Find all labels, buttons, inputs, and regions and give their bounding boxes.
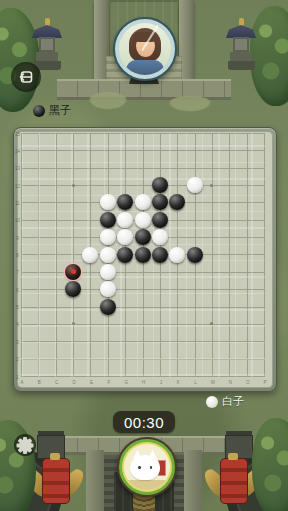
- stone-white: [135, 194, 151, 210]
- opponent-avatar[interactable]: [113, 17, 177, 81]
- row-coordinate: 10: [14, 218, 21, 223]
- row-coordinate: 7: [14, 270, 21, 275]
- stone-black: [152, 212, 168, 228]
- red-ornament-body: [42, 458, 70, 504]
- red-ornament-knob: [228, 453, 238, 460]
- stone-lantern-right: [226, 14, 256, 72]
- column-coordinate: B: [36, 380, 43, 385]
- player-avatar[interactable]: [117, 437, 177, 497]
- stone-white: [135, 212, 151, 228]
- stone-white: [100, 264, 116, 280]
- row-coordinate: 4: [14, 322, 21, 327]
- column-coordinate: K: [175, 380, 182, 385]
- row-coordinate: 1: [14, 375, 21, 380]
- lantern-body: [233, 37, 249, 52]
- stone-white: [100, 281, 116, 297]
- last-move-marker-icon: [71, 269, 76, 274]
- stone-last-move: [65, 264, 81, 280]
- stone-lantern-left: [32, 14, 62, 72]
- stone-black: [152, 177, 168, 193]
- opponent-avatar-image: [119, 23, 171, 75]
- stone-black: [169, 194, 185, 210]
- back-arrow-icon: [18, 69, 34, 85]
- player-label-black-text: 黑子: [49, 103, 71, 118]
- column-coordinate: P: [262, 380, 269, 385]
- star-point: [72, 184, 75, 187]
- star-point: [72, 322, 75, 325]
- moss-patch: [168, 96, 212, 112]
- row-coordinate: 3: [14, 340, 21, 345]
- stone-black: [100, 299, 116, 315]
- stone-black: [135, 229, 151, 245]
- lantern-base: [36, 52, 58, 61]
- back-button[interactable]: [11, 62, 41, 92]
- red-ornament-left: [33, 458, 77, 506]
- star-point: [210, 322, 213, 325]
- stone-white: [100, 247, 116, 263]
- game-screen: 黑子 151413121110987654321ABCDEFGHJKLMNOP …: [0, 0, 288, 511]
- column-coordinate: H: [140, 380, 147, 385]
- lantern-body: [39, 37, 55, 52]
- column-coordinate: J: [157, 380, 164, 385]
- stone-white: [117, 229, 133, 245]
- stone-black: [100, 212, 116, 228]
- stone-white: [100, 194, 116, 210]
- row-coordinate: 15: [14, 132, 21, 137]
- cat-face-icon: [130, 455, 160, 480]
- row-coordinate: 11: [14, 201, 21, 206]
- column-coordinate: A: [19, 380, 26, 385]
- stone-black: [65, 281, 81, 297]
- lantern-finial: [239, 18, 244, 26]
- stone-white: [152, 229, 168, 245]
- lantern-base: [230, 52, 252, 61]
- move-timer: 00:30: [113, 411, 175, 433]
- stone-black: [135, 247, 151, 263]
- stone-white: [169, 247, 185, 263]
- column-coordinate: M: [209, 380, 216, 385]
- player-label-black: 黑子: [33, 103, 71, 118]
- stone-white: [82, 247, 98, 263]
- platform-pillar-left: [86, 450, 104, 511]
- column-coordinate: N: [227, 380, 234, 385]
- tree-bottom-left: [0, 420, 36, 511]
- row-coordinate: 6: [14, 288, 21, 293]
- avatar-jacket: [126, 60, 164, 75]
- white-stone-icon: [206, 396, 218, 408]
- lantern-foot: [228, 61, 255, 70]
- player-label-white: 白子: [206, 394, 244, 409]
- gear-icon: [19, 439, 32, 452]
- stone-black: [152, 247, 168, 263]
- stone-black: [152, 194, 168, 210]
- row-coordinate: 2: [14, 357, 21, 362]
- column-coordinate: G: [123, 380, 130, 385]
- player-label-white-text: 白子: [222, 394, 244, 409]
- row-coordinate: 5: [14, 305, 21, 310]
- column-coordinate: L: [192, 380, 199, 385]
- tree-bottom-right: [252, 418, 288, 511]
- row-coordinate: 14: [14, 149, 21, 154]
- column-coordinate: C: [53, 380, 60, 385]
- board-surface: [17, 131, 273, 388]
- moss-patch: [88, 92, 128, 110]
- platform-pillar-right: [184, 450, 202, 511]
- player-avatar-image: [124, 444, 170, 490]
- star-point: [210, 184, 213, 187]
- stone-white: [117, 212, 133, 228]
- board-grid[interactable]: [21, 133, 265, 377]
- row-coordinate: 13: [14, 166, 21, 171]
- stone-white: [100, 229, 116, 245]
- red-ornament-body: [220, 458, 248, 504]
- row-coordinate: 12: [14, 184, 21, 189]
- stone-black: [117, 247, 133, 263]
- column-coordinate: D: [71, 380, 78, 385]
- move-timer-value: 00:30: [124, 414, 164, 431]
- column-coordinate: E: [88, 380, 95, 385]
- row-coordinate: 9: [14, 236, 21, 241]
- red-ornament-right: [211, 458, 255, 506]
- column-coordinate: F: [105, 380, 112, 385]
- gomoku-board: 151413121110987654321ABCDEFGHJKLMNOP: [13, 127, 277, 392]
- row-coordinate: 8: [14, 253, 21, 258]
- settings-button[interactable]: [14, 434, 36, 456]
- stone-white: [187, 177, 203, 193]
- black-stone-icon: [33, 105, 45, 117]
- lantern-finial: [45, 18, 50, 26]
- stone-black: [187, 247, 203, 263]
- stone-black: [117, 194, 133, 210]
- column-coordinate: O: [244, 380, 251, 385]
- red-ornament-knob: [50, 453, 60, 460]
